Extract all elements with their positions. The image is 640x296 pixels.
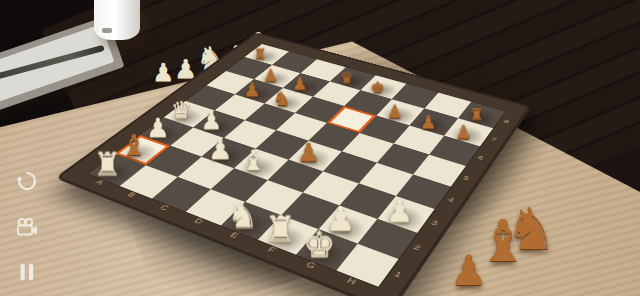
piece-white-pawn[interactable]: ♟	[193, 109, 230, 133]
piece-black-pawn[interactable]: ♟	[376, 103, 413, 121]
pause-icon	[16, 261, 38, 283]
piece-black-pawn[interactable]: ♟	[444, 122, 482, 141]
square-g4[interactable]	[359, 163, 413, 196]
captured-piece-white-pawn: ♟	[152, 60, 174, 85]
piece-white-king[interactable]: ♚	[296, 226, 342, 263]
captured-piece-black-knight: ♞	[505, 200, 557, 258]
piece-black-king[interactable]: ♚	[360, 79, 395, 95]
piece-white-bishop[interactable]: ♝	[234, 147, 274, 175]
pause-button[interactable]	[12, 257, 42, 287]
piece-black-pawn[interactable]: ♟	[289, 140, 329, 166]
piece-black-queen[interactable]: ♛	[330, 71, 364, 86]
undo-button[interactable]	[12, 166, 42, 196]
piece-black-rook[interactable]: ♜	[244, 47, 277, 62]
piece-black-pawn[interactable]: ♟	[410, 112, 447, 131]
undo-arrow-icon	[15, 169, 39, 193]
camera-button[interactable]	[12, 212, 42, 242]
video-camera-icon	[15, 215, 39, 239]
chess-app-scene: ♟♟♞♟♝ ♜♛♚♜♟♟♟♟♟♟♞♛♟♟♟♟♝♟♝♟♜♞♜♚ ABCDEFGH …	[0, 0, 640, 296]
piece-white-rook[interactable]: ♜	[88, 148, 128, 180]
piece-white-pawn[interactable]: ♟	[378, 196, 421, 226]
square-a8[interactable]: ♜	[244, 44, 289, 65]
white-mug	[94, 0, 140, 40]
piece-black-knight[interactable]: ♞	[264, 89, 300, 109]
